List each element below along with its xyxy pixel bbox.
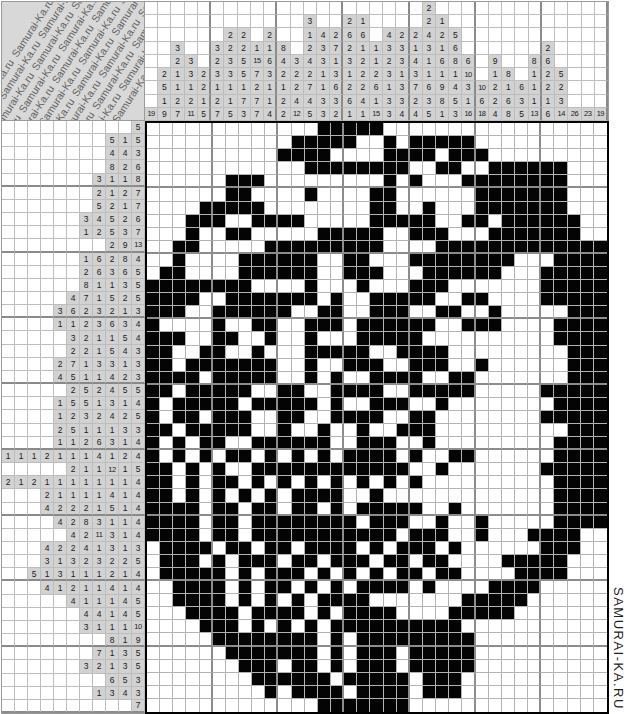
board-cell[interactable]: [160, 280, 173, 293]
board-cell[interactable]: [318, 175, 331, 188]
board-cell[interactable]: [515, 123, 528, 136]
board-cell[interactable]: [265, 555, 278, 568]
board-cell[interactable]: [489, 424, 502, 437]
board-cell[interactable]: [344, 359, 357, 372]
board-cell[interactable]: [226, 581, 239, 594]
board-cell[interactable]: [410, 149, 423, 162]
board-cell[interactable]: [462, 686, 475, 699]
board-cell[interactable]: [554, 385, 567, 398]
board-cell[interactable]: [252, 267, 265, 280]
board-cell[interactable]: [160, 568, 173, 581]
board-cell[interactable]: [594, 202, 607, 215]
board-cell[interactable]: [344, 306, 357, 319]
board-cell[interactable]: [554, 699, 567, 712]
board-cell[interactable]: [528, 306, 541, 319]
board-cell[interactable]: [292, 202, 305, 215]
board-cell[interactable]: [292, 385, 305, 398]
board-cell[interactable]: [357, 673, 370, 686]
board-cell[interactable]: [226, 607, 239, 620]
board-cell[interactable]: [528, 450, 541, 463]
board-cell[interactable]: [200, 607, 213, 620]
board-cell[interactable]: [449, 293, 462, 306]
board-cell[interactable]: [357, 162, 370, 175]
board-cell[interactable]: [278, 372, 291, 385]
board-cell[interactable]: [384, 529, 397, 542]
board-cell[interactable]: [344, 202, 357, 215]
board-cell[interactable]: [292, 660, 305, 673]
board-cell[interactable]: [265, 686, 278, 699]
board-cell[interactable]: [213, 476, 226, 489]
board-cell[interactable]: [515, 699, 528, 712]
board-cell[interactable]: [344, 149, 357, 162]
board-cell[interactable]: [160, 372, 173, 385]
board-cell[interactable]: [173, 215, 186, 228]
board-cell[interactable]: [370, 162, 383, 175]
board-cell[interactable]: [252, 489, 265, 502]
board-cell[interactable]: [384, 385, 397, 398]
board-cell[interactable]: [554, 136, 567, 149]
board-cell[interactable]: [502, 463, 515, 476]
board-cell[interactable]: [528, 149, 541, 162]
board-cell[interactable]: [265, 699, 278, 712]
board-cell[interactable]: [515, 149, 528, 162]
board-cell[interactable]: [502, 359, 515, 372]
board-cell[interactable]: [476, 620, 489, 633]
board-cell[interactable]: [410, 555, 423, 568]
board-cell[interactable]: [449, 241, 462, 254]
board-cell[interactable]: [226, 529, 239, 542]
board-cell[interactable]: [213, 607, 226, 620]
board-cell[interactable]: [581, 503, 594, 516]
board-cell[interactable]: [423, 188, 436, 201]
board-cell[interactable]: [213, 228, 226, 241]
board-cell[interactable]: [462, 529, 475, 542]
board-cell[interactable]: [384, 542, 397, 555]
board-cell[interactable]: [489, 215, 502, 228]
board-cell[interactable]: [397, 476, 410, 489]
board-cell[interactable]: [239, 162, 252, 175]
board-cell[interactable]: [147, 162, 160, 175]
board-cell[interactable]: [423, 503, 436, 516]
board-cell[interactable]: [160, 385, 173, 398]
board-cell[interactable]: [252, 542, 265, 555]
board-cell[interactable]: [226, 136, 239, 149]
board-cell[interactable]: [594, 372, 607, 385]
board-cell[interactable]: [331, 529, 344, 542]
board-cell[interactable]: [462, 620, 475, 633]
board-cell[interactable]: [252, 293, 265, 306]
board-cell[interactable]: [200, 202, 213, 215]
board-cell[interactable]: [410, 188, 423, 201]
board-cell[interactable]: [594, 620, 607, 633]
board-cell[interactable]: [489, 489, 502, 502]
board-cell[interactable]: [554, 476, 567, 489]
board-cell[interactable]: [462, 476, 475, 489]
board-cell[interactable]: [370, 437, 383, 450]
board-cell[interactable]: [594, 149, 607, 162]
board-cell[interactable]: [384, 254, 397, 267]
board-cell[interactable]: [239, 280, 252, 293]
board-cell[interactable]: [515, 202, 528, 215]
board-cell[interactable]: [462, 228, 475, 241]
board-cell[interactable]: [502, 594, 515, 607]
board-cell[interactable]: [397, 280, 410, 293]
board-cell[interactable]: [370, 398, 383, 411]
board-cell[interactable]: [410, 594, 423, 607]
board-cell[interactable]: [384, 215, 397, 228]
board-cell[interactable]: [147, 529, 160, 542]
board-cell[interactable]: [423, 568, 436, 581]
board-cell[interactable]: [239, 516, 252, 529]
board-cell[interactable]: [410, 267, 423, 280]
board-cell[interactable]: [160, 254, 173, 267]
board-cell[interactable]: [344, 267, 357, 280]
board-cell[interactable]: [397, 359, 410, 372]
board-cell[interactable]: [489, 372, 502, 385]
board-cell[interactable]: [147, 188, 160, 201]
board-cell[interactable]: [370, 293, 383, 306]
board-cell[interactable]: [292, 359, 305, 372]
board-cell[interactable]: [292, 241, 305, 254]
board-cell[interactable]: [160, 424, 173, 437]
board-cell[interactable]: [581, 463, 594, 476]
board-cell[interactable]: [410, 686, 423, 699]
board-cell[interactable]: [528, 647, 541, 660]
board-cell[interactable]: [265, 175, 278, 188]
board-cell[interactable]: [278, 489, 291, 502]
board-cell[interactable]: [528, 202, 541, 215]
board-cell[interactable]: [370, 476, 383, 489]
board-cell[interactable]: [423, 620, 436, 633]
board-cell[interactable]: [252, 581, 265, 594]
board-cell[interactable]: [462, 306, 475, 319]
board-cell[interactable]: [476, 136, 489, 149]
board-cell[interactable]: [476, 450, 489, 463]
board-cell[interactable]: [397, 489, 410, 502]
board-cell[interactable]: [173, 503, 186, 516]
board-cell[interactable]: [292, 437, 305, 450]
board-cell[interactable]: [423, 319, 436, 332]
board-cell[interactable]: [278, 699, 291, 712]
board-cell[interactable]: [410, 162, 423, 175]
board-cell[interactable]: [147, 542, 160, 555]
board-cell[interactable]: [384, 450, 397, 463]
board-cell[interactable]: [436, 202, 449, 215]
board-cell[interactable]: [344, 332, 357, 345]
board-cell[interactable]: [541, 647, 554, 660]
board-cell[interactable]: [160, 267, 173, 280]
board-cell[interactable]: [502, 241, 515, 254]
board-cell[interactable]: [213, 411, 226, 424]
board-cell[interactable]: [410, 254, 423, 267]
board-cell[interactable]: [226, 555, 239, 568]
board-cell[interactable]: [581, 215, 594, 228]
board-cell[interactable]: [213, 581, 226, 594]
board-cell[interactable]: [541, 359, 554, 372]
board-cell[interactable]: [305, 686, 318, 699]
board-cell[interactable]: [502, 673, 515, 686]
board-cell[interactable]: [331, 188, 344, 201]
board-cell[interactable]: [581, 673, 594, 686]
board-cell[interactable]: [213, 620, 226, 633]
board-cell[interactable]: [278, 228, 291, 241]
board-cell[interactable]: [331, 306, 344, 319]
board-cell[interactable]: [515, 398, 528, 411]
board-cell[interactable]: [568, 293, 581, 306]
board-cell[interactable]: [384, 306, 397, 319]
board-cell[interactable]: [278, 555, 291, 568]
board-cell[interactable]: [305, 699, 318, 712]
board-cell[interactable]: [213, 568, 226, 581]
board-cell[interactable]: [305, 450, 318, 463]
board-cell[interactable]: [252, 228, 265, 241]
board-cell[interactable]: [541, 228, 554, 241]
board-cell[interactable]: [594, 424, 607, 437]
board-cell[interactable]: [160, 306, 173, 319]
board-cell[interactable]: [160, 450, 173, 463]
board-cell[interactable]: [568, 450, 581, 463]
board-cell[interactable]: [278, 673, 291, 686]
board-cell[interactable]: [331, 594, 344, 607]
board-cell[interactable]: [462, 215, 475, 228]
board-cell[interactable]: [186, 568, 199, 581]
board-cell[interactable]: [357, 660, 370, 673]
board-cell[interactable]: [410, 620, 423, 633]
board-cell[interactable]: [186, 385, 199, 398]
board-cell[interactable]: [502, 686, 515, 699]
board-cell[interactable]: [147, 503, 160, 516]
board-cell[interactable]: [265, 372, 278, 385]
board-cell[interactable]: [462, 241, 475, 254]
board-cell[interactable]: [331, 489, 344, 502]
board-cell[interactable]: [318, 398, 331, 411]
board-cell[interactable]: [252, 686, 265, 699]
board-cell[interactable]: [554, 162, 567, 175]
board-cell[interactable]: [226, 489, 239, 502]
board-cell[interactable]: [568, 424, 581, 437]
board-cell[interactable]: [213, 594, 226, 607]
board-cell[interactable]: [357, 215, 370, 228]
board-cell[interactable]: [147, 385, 160, 398]
board-cell[interactable]: [252, 215, 265, 228]
board-cell[interactable]: [278, 188, 291, 201]
board-cell[interactable]: [292, 450, 305, 463]
board-cell[interactable]: [278, 660, 291, 673]
board-cell[interactable]: [581, 581, 594, 594]
board-cell[interactable]: [515, 463, 528, 476]
board-cell[interactable]: [200, 594, 213, 607]
board-cell[interactable]: [344, 607, 357, 620]
board-cell[interactable]: [173, 254, 186, 267]
board-cell[interactable]: [397, 411, 410, 424]
board-cell[interactable]: [384, 660, 397, 673]
board-cell[interactable]: [226, 699, 239, 712]
board-cell[interactable]: [252, 516, 265, 529]
board-cell[interactable]: [173, 411, 186, 424]
board-cell[interactable]: [384, 293, 397, 306]
board-cell[interactable]: [489, 542, 502, 555]
board-cell[interactable]: [568, 620, 581, 633]
board-cell[interactable]: [554, 293, 567, 306]
board-cell[interactable]: [265, 450, 278, 463]
board-cell[interactable]: [384, 267, 397, 280]
board-cell[interactable]: [160, 620, 173, 633]
board-cell[interactable]: [252, 647, 265, 660]
board-cell[interactable]: [528, 699, 541, 712]
board-cell[interactable]: [200, 686, 213, 699]
board-cell[interactable]: [305, 437, 318, 450]
board-cell[interactable]: [423, 385, 436, 398]
board-cell[interactable]: [265, 633, 278, 646]
board-cell[interactable]: [239, 411, 252, 424]
board-cell[interactable]: [410, 607, 423, 620]
board-cell[interactable]: [370, 594, 383, 607]
board-cell[interactable]: [541, 424, 554, 437]
board-cell[interactable]: [344, 686, 357, 699]
board-cell[interactable]: [331, 686, 344, 699]
board-cell[interactable]: [410, 581, 423, 594]
board-cell[interactable]: [423, 398, 436, 411]
board-cell[interactable]: [147, 267, 160, 280]
board-cell[interactable]: [594, 188, 607, 201]
board-cell[interactable]: [436, 489, 449, 502]
board-cell[interactable]: [541, 529, 554, 542]
board-cell[interactable]: [213, 136, 226, 149]
board-cell[interactable]: [423, 647, 436, 660]
board-cell[interactable]: [200, 372, 213, 385]
board-cell[interactable]: [410, 489, 423, 502]
board-cell[interactable]: [436, 581, 449, 594]
board-cell[interactable]: [476, 188, 489, 201]
board-cell[interactable]: [515, 673, 528, 686]
board-cell[interactable]: [370, 228, 383, 241]
board-cell[interactable]: [186, 123, 199, 136]
board-cell[interactable]: [502, 293, 515, 306]
board-cell[interactable]: [213, 398, 226, 411]
board-cell[interactable]: [554, 594, 567, 607]
board-cell[interactable]: [541, 607, 554, 620]
board-cell[interactable]: [147, 346, 160, 359]
board-cell[interactable]: [173, 647, 186, 660]
board-cell[interactable]: [173, 699, 186, 712]
board-cell[interactable]: [252, 306, 265, 319]
board-cell[interactable]: [318, 241, 331, 254]
board-cell[interactable]: [397, 293, 410, 306]
board-cell[interactable]: [318, 215, 331, 228]
board-cell[interactable]: [410, 516, 423, 529]
board-cell[interactable]: [528, 673, 541, 686]
board-cell[interactable]: [160, 555, 173, 568]
board-cell[interactable]: [528, 476, 541, 489]
board-cell[interactable]: [581, 359, 594, 372]
board-cell[interactable]: [554, 280, 567, 293]
board-cell[interactable]: [581, 437, 594, 450]
board-cell[interactable]: [541, 241, 554, 254]
board-cell[interactable]: [239, 319, 252, 332]
board-cell[interactable]: [594, 594, 607, 607]
board-cell[interactable]: [594, 581, 607, 594]
board-cell[interactable]: [502, 332, 515, 345]
board-cell[interactable]: [462, 607, 475, 620]
board-cell[interactable]: [528, 463, 541, 476]
board-cell[interactable]: [213, 280, 226, 293]
board-cell[interactable]: [239, 215, 252, 228]
board-cell[interactable]: [541, 202, 554, 215]
board-cell[interactable]: [213, 673, 226, 686]
board-cell[interactable]: [265, 241, 278, 254]
board-cell[interactable]: [462, 633, 475, 646]
board-cell[interactable]: [305, 267, 318, 280]
board-cell[interactable]: [384, 437, 397, 450]
board-cell[interactable]: [502, 516, 515, 529]
board-cell[interactable]: [265, 503, 278, 516]
board-cell[interactable]: [397, 594, 410, 607]
board-cell[interactable]: [226, 424, 239, 437]
board-cell[interactable]: [554, 437, 567, 450]
board-cell[interactable]: [594, 306, 607, 319]
board-cell[interactable]: [502, 476, 515, 489]
board-cell[interactable]: [489, 568, 502, 581]
board-cell[interactable]: [528, 385, 541, 398]
board-cell[interactable]: [449, 594, 462, 607]
board-cell[interactable]: [147, 633, 160, 646]
board-cell[interactable]: [489, 647, 502, 660]
board-cell[interactable]: [370, 123, 383, 136]
board-cell[interactable]: [462, 647, 475, 660]
board-cell[interactable]: [541, 503, 554, 516]
board-cell[interactable]: [528, 607, 541, 620]
board-cell[interactable]: [489, 529, 502, 542]
board-cell[interactable]: [528, 280, 541, 293]
board-cell[interactable]: [305, 594, 318, 607]
board-cell[interactable]: [449, 359, 462, 372]
board-cell[interactable]: [265, 359, 278, 372]
board-cell[interactable]: [200, 346, 213, 359]
board-cell[interactable]: [423, 660, 436, 673]
board-cell[interactable]: [554, 372, 567, 385]
board-cell[interactable]: [410, 202, 423, 215]
board-cell[interactable]: [292, 306, 305, 319]
board-cell[interactable]: [305, 516, 318, 529]
board-cell[interactable]: [213, 555, 226, 568]
board-cell[interactable]: [305, 673, 318, 686]
board-cell[interactable]: [423, 489, 436, 502]
board-cell[interactable]: [344, 437, 357, 450]
board-cell[interactable]: [449, 162, 462, 175]
board-cell[interactable]: [384, 581, 397, 594]
board-cell[interactable]: [278, 437, 291, 450]
board-cell[interactable]: [252, 372, 265, 385]
board-cell[interactable]: [397, 424, 410, 437]
board-cell[interactable]: [186, 149, 199, 162]
board-cell[interactable]: [147, 293, 160, 306]
board-cell[interactable]: [449, 319, 462, 332]
board-cell[interactable]: [200, 660, 213, 673]
board-cell[interactable]: [594, 686, 607, 699]
board-cell[interactable]: [476, 228, 489, 241]
board-cell[interactable]: [502, 175, 515, 188]
board-cell[interactable]: [173, 359, 186, 372]
board-cell[interactable]: [410, 136, 423, 149]
board-cell[interactable]: [318, 542, 331, 555]
board-cell[interactable]: [344, 516, 357, 529]
board-cell[interactable]: [265, 136, 278, 149]
board-cell[interactable]: [200, 136, 213, 149]
board-cell[interactable]: [384, 633, 397, 646]
board-cell[interactable]: [436, 149, 449, 162]
board-cell[interactable]: [278, 542, 291, 555]
board-cell[interactable]: [594, 215, 607, 228]
